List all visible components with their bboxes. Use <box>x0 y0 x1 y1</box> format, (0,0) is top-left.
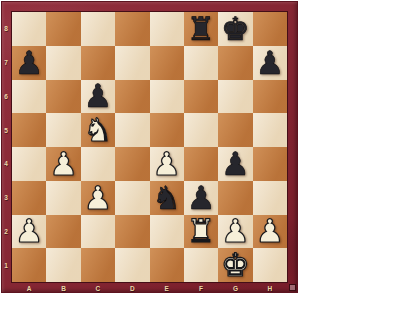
square-d7[interactable] <box>115 46 149 80</box>
square-f4[interactable] <box>184 147 218 181</box>
square-h7[interactable]: ♟ <box>253 46 287 80</box>
square-g8[interactable]: ♚ <box>218 12 252 46</box>
square-c3[interactable]: ♟ <box>81 181 115 215</box>
square-c1[interactable] <box>81 248 115 282</box>
black-pawn-h7: ♟ <box>255 47 284 79</box>
file-labels: ABCDEFGH <box>12 283 287 293</box>
square-c2[interactable] <box>81 215 115 249</box>
square-a1[interactable] <box>12 248 46 282</box>
square-a7[interactable]: ♟ <box>12 46 46 80</box>
white-rook-f2: ♜ <box>187 215 216 247</box>
square-d5[interactable] <box>115 113 149 147</box>
rank-label-7: 7 <box>4 59 8 66</box>
square-e6[interactable] <box>150 80 184 114</box>
rank-label-5: 5 <box>4 127 8 134</box>
square-e8[interactable] <box>150 12 184 46</box>
square-f6[interactable] <box>184 80 218 114</box>
file-label-d: D <box>130 285 135 292</box>
square-g5[interactable] <box>218 113 252 147</box>
square-h5[interactable] <box>253 113 287 147</box>
chess-board: 87654321 ABCDEFGH ♜♚♟♟♟♞♟♟♟♟♞♟♟♜♟♟♚ <box>1 1 298 293</box>
rank-label-4: 4 <box>4 160 8 167</box>
square-e5[interactable] <box>150 113 184 147</box>
rank-label-6: 6 <box>4 93 8 100</box>
square-b4[interactable]: ♟ <box>46 147 80 181</box>
square-d3[interactable] <box>115 181 149 215</box>
square-h6[interactable] <box>253 80 287 114</box>
square-g3[interactable] <box>218 181 252 215</box>
black-pawn-g4: ♟ <box>221 148 250 180</box>
square-g2[interactable]: ♟ <box>218 215 252 249</box>
rank-label-3: 3 <box>4 194 8 201</box>
square-b2[interactable] <box>46 215 80 249</box>
square-a4[interactable] <box>12 147 46 181</box>
file-label-g: G <box>233 285 238 292</box>
square-d8[interactable] <box>115 12 149 46</box>
square-b8[interactable] <box>46 12 80 46</box>
square-e2[interactable] <box>150 215 184 249</box>
square-d4[interactable] <box>115 147 149 181</box>
file-label-h: H <box>267 285 272 292</box>
page: 87654321 ABCDEFGH ♜♚♟♟♟♞♟♟♟♟♞♟♟♜♟♟♚ <box>0 0 414 311</box>
square-d6[interactable] <box>115 80 149 114</box>
white-pawn-b4: ♟ <box>49 148 78 180</box>
rank-label-1: 1 <box>4 262 8 269</box>
square-b1[interactable] <box>46 248 80 282</box>
file-label-e: E <box>165 285 169 292</box>
file-label-b: B <box>61 285 66 292</box>
square-g6[interactable] <box>218 80 252 114</box>
square-e1[interactable] <box>150 248 184 282</box>
square-h2[interactable]: ♟ <box>253 215 287 249</box>
square-g7[interactable] <box>218 46 252 80</box>
square-f5[interactable] <box>184 113 218 147</box>
rank-label-8: 8 <box>4 25 8 32</box>
square-e3[interactable]: ♞ <box>150 181 184 215</box>
square-d2[interactable] <box>115 215 149 249</box>
square-f3[interactable]: ♟ <box>184 181 218 215</box>
square-d1[interactable] <box>115 248 149 282</box>
square-h8[interactable] <box>253 12 287 46</box>
white-pawn-c3: ♟ <box>84 182 113 214</box>
black-rook-f8: ♜ <box>187 13 216 45</box>
square-a6[interactable] <box>12 80 46 114</box>
square-a5[interactable] <box>12 113 46 147</box>
white-pawn-a2: ♟ <box>15 215 44 247</box>
square-b6[interactable] <box>46 80 80 114</box>
black-pawn-c6: ♟ <box>84 80 113 112</box>
square-a2[interactable]: ♟ <box>12 215 46 249</box>
square-f1[interactable] <box>184 248 218 282</box>
square-h4[interactable] <box>253 147 287 181</box>
square-f2[interactable]: ♜ <box>184 215 218 249</box>
square-e4[interactable]: ♟ <box>150 147 184 181</box>
square-b7[interactable] <box>46 46 80 80</box>
file-label-c: C <box>96 285 101 292</box>
square-a3[interactable] <box>12 181 46 215</box>
square-c5[interactable]: ♞ <box>81 113 115 147</box>
square-h3[interactable] <box>253 181 287 215</box>
black-king-g8: ♚ <box>221 13 250 45</box>
square-g1[interactable]: ♚ <box>218 248 252 282</box>
board-grid: ♜♚♟♟♟♞♟♟♟♟♞♟♟♜♟♟♚ <box>11 11 288 283</box>
square-h1[interactable] <box>253 248 287 282</box>
file-label-a: A <box>27 285 32 292</box>
square-c8[interactable] <box>81 12 115 46</box>
black-pawn-a7: ♟ <box>15 47 44 79</box>
square-f8[interactable]: ♜ <box>184 12 218 46</box>
square-c6[interactable]: ♟ <box>81 80 115 114</box>
white-king-g1: ♚ <box>221 249 250 281</box>
rank-labels: 87654321 <box>1 12 11 282</box>
square-b3[interactable] <box>46 181 80 215</box>
square-c7[interactable] <box>81 46 115 80</box>
white-pawn-g2: ♟ <box>221 215 250 247</box>
square-e7[interactable] <box>150 46 184 80</box>
side-to-move-indicator <box>289 284 296 291</box>
square-a8[interactable] <box>12 12 46 46</box>
square-g4[interactable]: ♟ <box>218 147 252 181</box>
black-pawn-f3: ♟ <box>187 182 216 214</box>
square-c4[interactable] <box>81 147 115 181</box>
square-b5[interactable] <box>46 113 80 147</box>
square-f7[interactable] <box>184 46 218 80</box>
black-knight-e3: ♞ <box>152 182 181 214</box>
white-pawn-h2: ♟ <box>255 215 284 247</box>
white-pawn-e4: ♟ <box>152 148 181 180</box>
rank-label-2: 2 <box>4 228 8 235</box>
file-label-f: F <box>199 285 203 292</box>
white-knight-c5: ♞ <box>84 114 113 146</box>
